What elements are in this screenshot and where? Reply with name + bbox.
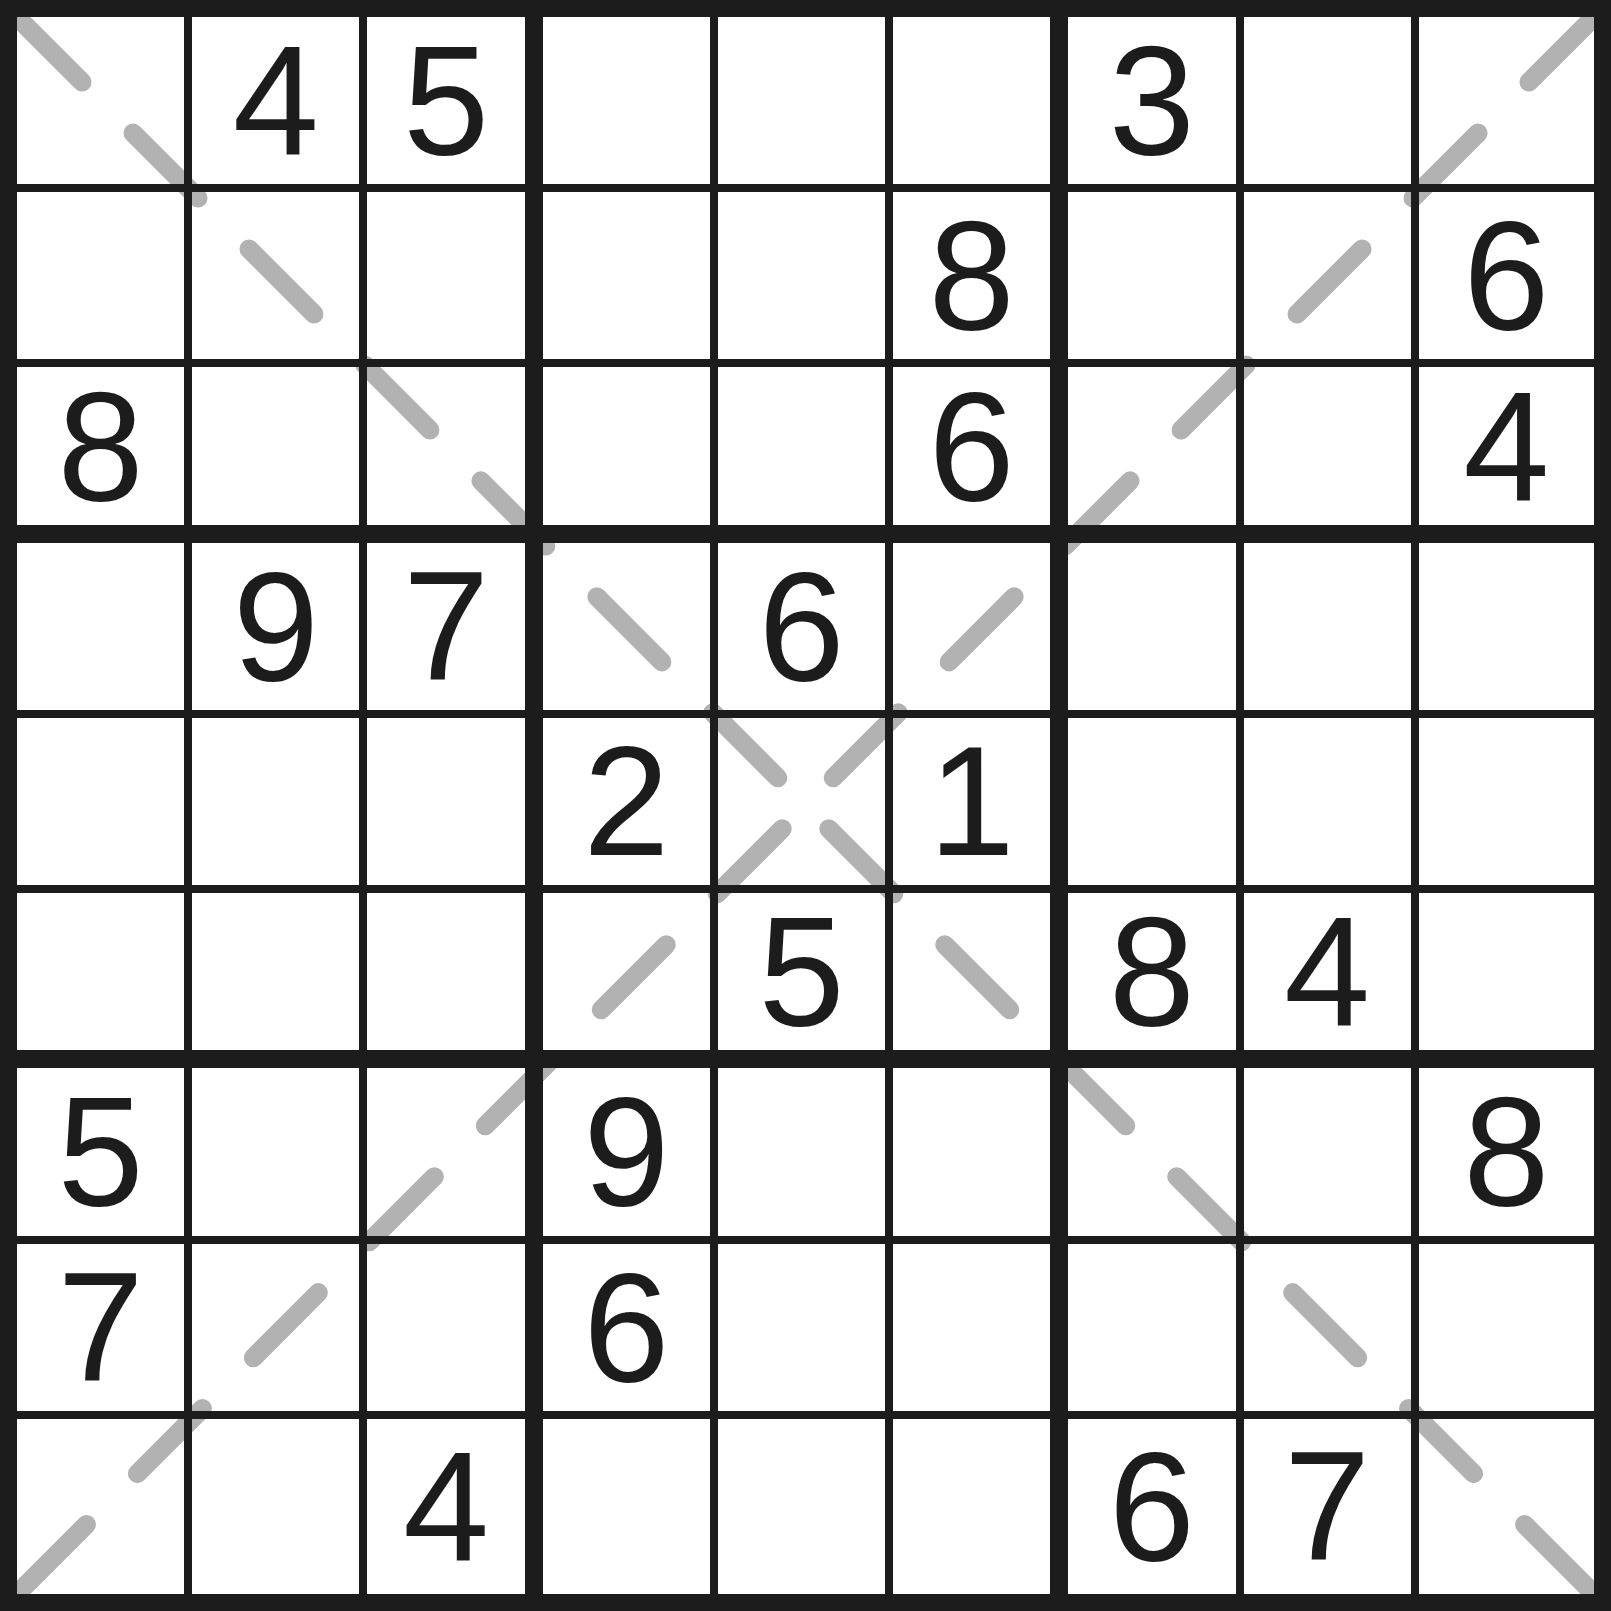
cell-r3c3[interactable]	[367, 367, 542, 542]
cell-r4c3[interactable]: 7	[367, 543, 542, 718]
cell-r9c9[interactable]	[1419, 1419, 1594, 1594]
cell-r5c4[interactable]: 2	[543, 718, 718, 893]
cell-r7c7[interactable]	[1068, 1068, 1243, 1243]
cell-r7c2[interactable]	[192, 1068, 367, 1243]
cell-r9c4[interactable]	[543, 1419, 718, 1594]
cell-r6c6[interactable]	[893, 893, 1068, 1068]
cell-r8c9[interactable]	[1419, 1244, 1594, 1419]
cell-r3c2[interactable]	[192, 367, 367, 542]
cell-r6c8[interactable]: 4	[1244, 893, 1419, 1068]
cell-r7c4[interactable]: 9	[543, 1068, 718, 1243]
cell-r1c7[interactable]: 3	[1068, 17, 1243, 192]
cell-r7c5[interactable]	[718, 1068, 893, 1243]
cell-r6c1[interactable]	[17, 893, 192, 1068]
cell-r7c8[interactable]	[1244, 1068, 1419, 1243]
cell-r6c9[interactable]	[1419, 893, 1594, 1068]
cell-r8c7[interactable]	[1068, 1244, 1243, 1419]
cell-r1c3[interactable]: 5	[367, 17, 542, 192]
cell-r8c8[interactable]	[1244, 1244, 1419, 1419]
cell-r2c2[interactable]	[192, 192, 367, 367]
cell-r4c2[interactable]: 9	[192, 543, 367, 718]
cell-r6c5[interactable]: 5	[718, 893, 893, 1068]
cell-r3c7[interactable]	[1068, 367, 1243, 542]
cell-grid: 4 5 3 8 6 8 6 4	[17, 17, 1594, 1594]
cell-r1c8[interactable]	[1244, 17, 1419, 192]
cell-r8c6[interactable]	[893, 1244, 1068, 1419]
cell-r4c9[interactable]	[1419, 543, 1594, 718]
cell-r7c3[interactable]	[367, 1068, 542, 1243]
sudoku-board: 4 5 3 8 6 8 6 4	[0, 0, 1611, 1611]
cell-r1c1[interactable]	[17, 17, 192, 192]
cell-r7c1[interactable]: 5	[17, 1068, 192, 1243]
cell-r1c4[interactable]	[543, 17, 718, 192]
cell-r2c5[interactable]	[718, 192, 893, 367]
cell-r9c2[interactable]	[192, 1419, 367, 1594]
cell-r4c8[interactable]	[1244, 543, 1419, 718]
cell-r4c4[interactable]	[543, 543, 718, 718]
cell-r2c6[interactable]: 8	[893, 192, 1068, 367]
cell-r6c7[interactable]: 8	[1068, 893, 1243, 1068]
cell-r1c9[interactable]	[1419, 17, 1594, 192]
cell-r3c9[interactable]: 4	[1419, 367, 1594, 542]
cell-r3c4[interactable]	[543, 367, 718, 542]
cell-r3c5[interactable]	[718, 367, 893, 542]
cell-r2c7[interactable]	[1068, 192, 1243, 367]
cell-r2c1[interactable]	[17, 192, 192, 367]
cell-r5c5[interactable]	[718, 718, 893, 893]
cell-r3c6[interactable]: 6	[893, 367, 1068, 542]
cell-r5c2[interactable]	[192, 718, 367, 893]
board-inner: 4 5 3 8 6 8 6 4	[17, 17, 1594, 1594]
cell-r1c5[interactable]	[718, 17, 893, 192]
cell-r7c6[interactable]	[893, 1068, 1068, 1243]
cell-r8c3[interactable]	[367, 1244, 542, 1419]
cell-r9c7[interactable]: 6	[1068, 1419, 1243, 1594]
cell-r3c8[interactable]	[1244, 367, 1419, 542]
cell-r9c6[interactable]	[893, 1419, 1068, 1594]
cell-r1c6[interactable]	[893, 17, 1068, 192]
cell-r6c2[interactable]	[192, 893, 367, 1068]
cell-r8c5[interactable]	[718, 1244, 893, 1419]
cell-r8c4[interactable]: 6	[543, 1244, 718, 1419]
cell-r2c4[interactable]	[543, 192, 718, 367]
cell-r8c1[interactable]: 7	[17, 1244, 192, 1419]
cell-r6c4[interactable]	[543, 893, 718, 1068]
cell-r5c7[interactable]	[1068, 718, 1243, 893]
cell-r7c9[interactable]: 8	[1419, 1068, 1594, 1243]
cell-r5c3[interactable]	[367, 718, 542, 893]
cell-r5c9[interactable]	[1419, 718, 1594, 893]
cell-r4c1[interactable]	[17, 543, 192, 718]
cell-r3c1[interactable]: 8	[17, 367, 192, 542]
cell-r6c3[interactable]	[367, 893, 542, 1068]
cell-r9c3[interactable]: 4	[367, 1419, 542, 1594]
cell-r8c2[interactable]	[192, 1244, 367, 1419]
cell-r9c8[interactable]: 7	[1244, 1419, 1419, 1594]
cell-r1c2[interactable]: 4	[192, 17, 367, 192]
cell-r9c5[interactable]	[718, 1419, 893, 1594]
cell-r9c1[interactable]	[17, 1419, 192, 1594]
cell-r5c6[interactable]: 1	[893, 718, 1068, 893]
cell-r4c7[interactable]	[1068, 543, 1243, 718]
cell-r4c5[interactable]: 6	[718, 543, 893, 718]
cell-r5c8[interactable]	[1244, 718, 1419, 893]
cell-r2c8[interactable]	[1244, 192, 1419, 367]
cell-r4c6[interactable]	[893, 543, 1068, 718]
cell-r2c3[interactable]	[367, 192, 542, 367]
cell-r5c1[interactable]	[17, 718, 192, 893]
cell-r2c9[interactable]: 6	[1419, 192, 1594, 367]
